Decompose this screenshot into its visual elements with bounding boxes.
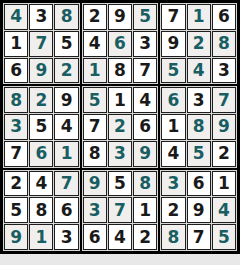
cell-r7c1-entry[interactable]: 2 xyxy=(4,171,28,197)
cell-r4c1-given[interactable]: 8 xyxy=(4,87,28,113)
cell-r9c4-entry[interactable]: 6 xyxy=(83,224,107,250)
sudoku-grid: 4381756922954631877169285438293547615147… xyxy=(0,0,240,254)
cell-r3c4-given[interactable]: 1 xyxy=(83,58,107,84)
cell-r8c1-entry[interactable]: 5 xyxy=(4,197,28,223)
cell-r8c7-entry[interactable]: 2 xyxy=(161,197,185,223)
cell-r6c6-given[interactable]: 9 xyxy=(133,141,157,167)
cell-r1c5-entry[interactable]: 9 xyxy=(108,4,132,30)
cell-r2c1-entry[interactable]: 1 xyxy=(4,31,28,57)
sudoku-box-6: 637189452 xyxy=(160,86,237,167)
cell-r3c5-entry[interactable]: 8 xyxy=(108,58,132,84)
cell-r1c7-entry[interactable]: 7 xyxy=(161,4,185,30)
cell-r7c8-entry[interactable]: 6 xyxy=(187,171,211,197)
cell-r2c6-entry[interactable]: 3 xyxy=(133,31,157,57)
cell-r8c5-given[interactable]: 7 xyxy=(108,197,132,223)
cell-r5c8-given[interactable]: 8 xyxy=(187,114,211,140)
cell-r1c1-given[interactable]: 4 xyxy=(4,4,28,30)
cell-r7c4-given[interactable]: 9 xyxy=(83,171,107,197)
cell-r6c5-given[interactable]: 3 xyxy=(108,141,132,167)
cell-r9c1-given[interactable]: 9 xyxy=(4,224,28,250)
cell-r4c2-given[interactable]: 2 xyxy=(29,87,53,113)
cell-r2c3-entry[interactable]: 5 xyxy=(54,31,78,57)
cell-r1c9-entry[interactable]: 6 xyxy=(212,4,236,30)
cell-r1c3-given[interactable]: 8 xyxy=(54,4,78,30)
cell-r4c3-entry[interactable]: 9 xyxy=(54,87,78,113)
cell-r1c2-entry[interactable]: 3 xyxy=(29,4,53,30)
cell-r5c1-given[interactable]: 3 xyxy=(4,114,28,140)
cell-r3c8-given[interactable]: 4 xyxy=(187,58,211,84)
cell-r6c4-entry[interactable]: 8 xyxy=(83,141,107,167)
cell-r2c2-given[interactable]: 7 xyxy=(29,31,53,57)
sudoku-box-1: 438175692 xyxy=(3,3,80,84)
cell-r6c3-given[interactable]: 1 xyxy=(54,141,78,167)
cell-r6c1-entry[interactable]: 7 xyxy=(4,141,28,167)
cell-r3c3-given[interactable]: 2 xyxy=(54,58,78,84)
cell-r1c6-given[interactable]: 5 xyxy=(133,4,157,30)
sudoku-box-8: 958371642 xyxy=(82,170,159,251)
cell-r8c2-entry[interactable]: 8 xyxy=(29,197,53,223)
cell-r6c8-given[interactable]: 5 xyxy=(187,141,211,167)
cell-r1c4-entry[interactable]: 2 xyxy=(83,4,107,30)
cell-r6c2-given[interactable]: 6 xyxy=(29,141,53,167)
cell-r6c9-entry[interactable]: 2 xyxy=(212,141,236,167)
cell-r1c8-given[interactable]: 1 xyxy=(187,4,211,30)
cell-r4c5-entry[interactable]: 1 xyxy=(108,87,132,113)
cell-r5c6-entry[interactable]: 6 xyxy=(133,114,157,140)
sudoku-box-7: 247586913 xyxy=(3,170,80,251)
cell-r5c9-given[interactable]: 9 xyxy=(212,114,236,140)
cell-r8c9-given[interactable]: 4 xyxy=(212,197,236,223)
cell-r3c1-entry[interactable]: 6 xyxy=(4,58,28,84)
cell-r5c4-entry[interactable]: 7 xyxy=(83,114,107,140)
cell-r8c3-entry[interactable]: 6 xyxy=(54,197,78,223)
cell-r4c6-entry[interactable]: 4 xyxy=(133,87,157,113)
sudoku-box-5: 514726839 xyxy=(82,86,159,167)
cell-r6c7-entry[interactable]: 4 xyxy=(161,141,185,167)
cell-r7c7-given[interactable]: 3 xyxy=(161,171,185,197)
cell-r3c6-entry[interactable]: 7 xyxy=(133,58,157,84)
cell-r8c6-entry[interactable]: 1 xyxy=(133,197,157,223)
cell-r4c4-given[interactable]: 5 xyxy=(83,87,107,113)
cell-r5c5-given[interactable]: 2 xyxy=(108,114,132,140)
cell-r9c2-given[interactable]: 1 xyxy=(29,224,53,250)
cell-r2c4-entry[interactable]: 4 xyxy=(83,31,107,57)
cell-r2c7-entry[interactable]: 9 xyxy=(161,31,185,57)
cell-r9c5-entry[interactable]: 4 xyxy=(108,224,132,250)
cell-r5c7-entry[interactable]: 1 xyxy=(161,114,185,140)
cell-r5c3-entry[interactable]: 4 xyxy=(54,114,78,140)
cell-r9c9-given[interactable]: 5 xyxy=(212,224,236,250)
cell-r4c7-given[interactable]: 6 xyxy=(161,87,185,113)
cell-r7c2-entry[interactable]: 4 xyxy=(29,171,53,197)
sudoku-board: 4381756922954631877169285438293547615147… xyxy=(0,0,240,265)
cell-r9c7-given[interactable]: 8 xyxy=(161,224,185,250)
cell-r4c9-given[interactable]: 7 xyxy=(212,87,236,113)
cell-r7c3-given[interactable]: 7 xyxy=(54,171,78,197)
cell-r5c2-entry[interactable]: 5 xyxy=(29,114,53,140)
cell-r8c4-given[interactable]: 3 xyxy=(83,197,107,223)
cell-r2c9-given[interactable]: 8 xyxy=(212,31,236,57)
cell-r2c5-given[interactable]: 6 xyxy=(108,31,132,57)
cell-r7c5-entry[interactable]: 5 xyxy=(108,171,132,197)
cell-r3c2-given[interactable]: 9 xyxy=(29,58,53,84)
sudoku-box-2: 295463187 xyxy=(82,3,159,84)
cell-r9c8-entry[interactable]: 7 xyxy=(187,224,211,250)
sudoku-box-9: 361294875 xyxy=(160,170,237,251)
cell-r7c9-entry[interactable]: 1 xyxy=(212,171,236,197)
cell-r8c8-entry[interactable]: 9 xyxy=(187,197,211,223)
cell-r9c6-entry[interactable]: 2 xyxy=(133,224,157,250)
cell-r2c8-given[interactable]: 2 xyxy=(187,31,211,57)
cell-r3c9-entry[interactable]: 3 xyxy=(212,58,236,84)
cell-r4c8-entry[interactable]: 3 xyxy=(187,87,211,113)
cell-r3c7-given[interactable]: 5 xyxy=(161,58,185,84)
cell-r7c6-given[interactable]: 8 xyxy=(133,171,157,197)
sudoku-box-3: 716928543 xyxy=(160,3,237,84)
sudoku-box-4: 829354761 xyxy=(3,86,80,167)
cell-r9c3-entry[interactable]: 3 xyxy=(54,224,78,250)
